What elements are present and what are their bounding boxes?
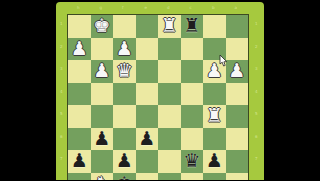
square-c2[interactable] xyxy=(181,38,204,61)
square-d6[interactable] xyxy=(158,128,181,151)
square-d8[interactable] xyxy=(158,173,181,181)
square-b6[interactable] xyxy=(203,128,226,151)
square-c1[interactable]: ♜ xyxy=(181,15,204,38)
piece-white-pawn[interactable]: ♟ xyxy=(93,59,110,81)
square-e5[interactable] xyxy=(136,105,159,128)
square-c7[interactable]: ♛ xyxy=(181,150,204,173)
square-h6[interactable] xyxy=(68,128,91,151)
file-label-g: g xyxy=(100,6,103,10)
file-label-d: d xyxy=(167,6,170,10)
board-grid[interactable]: ♚♜♜♟♟♟♛♟♟♜♟♟♟♟♛♟♞♚ xyxy=(67,14,249,180)
rank-label-right-1: 1 xyxy=(255,22,258,26)
square-g1[interactable]: ♚ xyxy=(91,15,114,38)
square-f6[interactable] xyxy=(113,128,136,151)
square-a8[interactable] xyxy=(226,173,249,181)
piece-white-queen[interactable]: ♛ xyxy=(116,59,133,81)
piece-white-king[interactable]: ♚ xyxy=(93,14,110,36)
piece-white-knight[interactable]: ♞ xyxy=(93,172,110,180)
board-frame: ♚♜♜♟♟♟♛♟♟♜♟♟♟♟♛♟♞♚ hgfedcba1122334455667… xyxy=(56,2,264,180)
square-d7[interactable] xyxy=(158,150,181,173)
square-h1[interactable] xyxy=(68,15,91,38)
square-f4[interactable] xyxy=(113,83,136,106)
square-h7[interactable]: ♟ xyxy=(68,150,91,173)
square-a7[interactable] xyxy=(226,150,249,173)
square-h8[interactable] xyxy=(68,173,91,181)
square-g2[interactable] xyxy=(91,38,114,61)
rank-label-left-6: 6 xyxy=(60,135,63,139)
rank-label-left-7: 7 xyxy=(60,157,63,161)
square-b5[interactable]: ♜ xyxy=(203,105,226,128)
piece-white-pawn[interactable]: ♟ xyxy=(116,37,133,59)
square-a3[interactable]: ♟ xyxy=(226,60,249,83)
square-h3[interactable] xyxy=(68,60,91,83)
square-b7[interactable]: ♟ xyxy=(203,150,226,173)
square-d3[interactable] xyxy=(158,60,181,83)
rank-label-right-4: 4 xyxy=(255,90,258,94)
square-g6[interactable]: ♟ xyxy=(91,128,114,151)
piece-black-king[interactable]: ♚ xyxy=(116,172,133,180)
square-f1[interactable] xyxy=(113,15,136,38)
square-g3[interactable]: ♟ xyxy=(91,60,114,83)
square-b8[interactable] xyxy=(203,173,226,181)
file-label-f: f xyxy=(122,6,123,10)
square-h5[interactable] xyxy=(68,105,91,128)
piece-black-pawn[interactable]: ♟ xyxy=(116,149,133,171)
piece-white-pawn[interactable]: ♟ xyxy=(71,37,88,59)
square-d1[interactable]: ♜ xyxy=(158,15,181,38)
rank-label-left-8: 8 xyxy=(60,180,63,181)
piece-black-pawn[interactable]: ♟ xyxy=(206,149,223,171)
square-f2[interactable]: ♟ xyxy=(113,38,136,61)
square-b1[interactable] xyxy=(203,15,226,38)
square-c6[interactable] xyxy=(181,128,204,151)
screenshot-viewport: ♚♜♜♟♟♟♛♟♟♜♟♟♟♟♛♟♞♚ hgfedcba1122334455667… xyxy=(0,0,320,180)
square-e7[interactable] xyxy=(136,150,159,173)
file-label-a: a xyxy=(235,6,237,10)
piece-black-queen[interactable]: ♛ xyxy=(183,149,200,171)
rank-label-right-3: 3 xyxy=(255,67,258,71)
piece-black-rook[interactable]: ♜ xyxy=(183,14,200,36)
file-label-h: h xyxy=(77,6,80,10)
file-label-c: c xyxy=(190,6,192,10)
square-c8[interactable] xyxy=(181,173,204,181)
piece-black-pawn[interactable]: ♟ xyxy=(138,127,155,149)
square-e4[interactable] xyxy=(136,83,159,106)
square-h4[interactable] xyxy=(68,83,91,106)
square-g4[interactable] xyxy=(91,83,114,106)
square-d2[interactable] xyxy=(158,38,181,61)
rank-label-left-4: 4 xyxy=(60,90,63,94)
square-f3[interactable]: ♛ xyxy=(113,60,136,83)
square-f8[interactable]: ♚ xyxy=(113,173,136,181)
square-e6[interactable]: ♟ xyxy=(136,128,159,151)
mouse-cursor-icon xyxy=(219,55,228,67)
square-a5[interactable] xyxy=(226,105,249,128)
rank-label-left-5: 5 xyxy=(60,112,63,116)
square-a1[interactable] xyxy=(226,15,249,38)
square-g8[interactable]: ♞ xyxy=(91,173,114,181)
square-f7[interactable]: ♟ xyxy=(113,150,136,173)
square-f5[interactable] xyxy=(113,105,136,128)
square-c4[interactable] xyxy=(181,83,204,106)
rank-label-left-1: 1 xyxy=(60,22,63,26)
square-b4[interactable] xyxy=(203,83,226,106)
square-g5[interactable] xyxy=(91,105,114,128)
rank-label-right-7: 7 xyxy=(255,157,258,161)
square-g7[interactable] xyxy=(91,150,114,173)
square-e3[interactable] xyxy=(136,60,159,83)
square-a2[interactable] xyxy=(226,38,249,61)
piece-white-pawn[interactable]: ♟ xyxy=(228,59,245,81)
square-d4[interactable] xyxy=(158,83,181,106)
rank-label-left-3: 3 xyxy=(60,67,63,71)
square-e8[interactable] xyxy=(136,173,159,181)
square-a6[interactable] xyxy=(226,128,249,151)
rank-label-right-6: 6 xyxy=(255,135,258,139)
rank-label-right-5: 5 xyxy=(255,112,258,116)
square-c3[interactable] xyxy=(181,60,204,83)
square-c5[interactable] xyxy=(181,105,204,128)
piece-black-pawn[interactable]: ♟ xyxy=(93,127,110,149)
piece-white-rook[interactable]: ♜ xyxy=(161,14,178,36)
square-e1[interactable] xyxy=(136,15,159,38)
square-a4[interactable] xyxy=(226,83,249,106)
square-d5[interactable] xyxy=(158,105,181,128)
square-h2[interactable]: ♟ xyxy=(68,38,91,61)
rank-label-right-2: 2 xyxy=(255,45,258,49)
piece-white-rook[interactable]: ♜ xyxy=(206,104,223,126)
rank-label-left-2: 2 xyxy=(60,45,63,49)
file-label-b: b xyxy=(212,6,215,10)
square-e2[interactable] xyxy=(136,38,159,61)
piece-black-pawn[interactable]: ♟ xyxy=(71,149,88,171)
rank-label-right-8: 8 xyxy=(255,180,258,181)
file-label-e: e xyxy=(145,6,147,10)
